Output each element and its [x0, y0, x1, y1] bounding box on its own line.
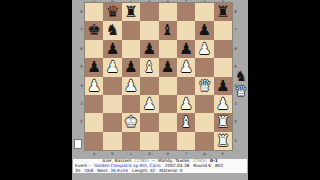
- white-pawn: ♟: [195, 40, 213, 58]
- length-value: 42: [150, 169, 155, 174]
- white-pawn: ♟: [214, 95, 232, 113]
- square-f2[interactable]: ♝: [177, 113, 195, 131]
- next-move-link[interactable]: 36.Rxh4: [110, 169, 128, 174]
- square-g5[interactable]: [195, 58, 213, 76]
- file-label-d: d: [140, 152, 158, 156]
- black-queen: ♛: [103, 3, 121, 21]
- square-g3[interactable]: [195, 95, 213, 113]
- square-c4[interactable]: ♟: [122, 77, 140, 95]
- square-e7[interactable]: ♝: [159, 21, 177, 39]
- white-pawn: ♟: [103, 58, 121, 76]
- square-b3[interactable]: [103, 95, 121, 113]
- rank-label-2: 2: [80, 113, 84, 131]
- square-a1[interactable]: [85, 132, 103, 150]
- white-bishop: ♝: [177, 113, 195, 131]
- square-g7[interactable]: ♟: [195, 21, 213, 39]
- square-d4[interactable]: [140, 77, 158, 95]
- square-d5[interactable]: ♝: [140, 58, 158, 76]
- square-h8[interactable]: ♜: [214, 3, 232, 21]
- white-pawn: ♟: [140, 95, 158, 113]
- square-a6[interactable]: [85, 40, 103, 58]
- square-a4[interactable]: ♟: [85, 77, 103, 95]
- rank-label-3: 3: [80, 95, 84, 113]
- square-g1[interactable]: [195, 132, 213, 150]
- square-g4[interactable]: ♛: [195, 77, 213, 95]
- square-e6[interactable]: [159, 40, 177, 58]
- move-status-line: 35 Qb8 Next: 36.Rxh4 Length: 42 Material…: [73, 169, 247, 174]
- square-g6[interactable]: ♟: [195, 40, 213, 58]
- square-e4[interactable]: [159, 77, 177, 95]
- file-label-c: c: [122, 152, 140, 156]
- white-pawn: ♟: [122, 77, 140, 95]
- black-pawn: ♟: [122, 58, 140, 76]
- eco-code: B02: [215, 164, 223, 169]
- game-info-caption: Azer, Bassem (2285) -- Mahdy, Tawfek (23…: [73, 159, 247, 174]
- file-label-g: g: [195, 152, 213, 156]
- length-label: Length:: [132, 169, 148, 174]
- rank-label-8: 8: [80, 3, 84, 21]
- white-pawn: ♟: [85, 77, 103, 95]
- white-pawn: ♟: [177, 95, 195, 113]
- black-pawn: ♟: [85, 58, 103, 76]
- black-rook: ♜: [214, 3, 232, 21]
- chess-board: ♛♜♜♚♞♝♟♟♟♟♟♟♟♟♝♟♟♟♟♛♟♟♟♟♚♝♜♜: [85, 3, 232, 150]
- rank-label-7: 7: [234, 21, 238, 39]
- captured-white-queen-icon: ♛: [233, 84, 249, 99]
- square-b8[interactable]: ♛: [103, 3, 121, 21]
- square-f5[interactable]: ♟: [177, 58, 195, 76]
- square-f6[interactable]: ♟: [177, 40, 195, 58]
- square-e3[interactable]: [159, 95, 177, 113]
- square-h4[interactable]: ♟: [214, 77, 232, 95]
- file-labels-bottom: abcdefgh: [85, 152, 232, 156]
- rank-labels-left: 87654321: [80, 3, 84, 150]
- file-label-b: b: [103, 152, 121, 156]
- black-bishop: ♝: [159, 21, 177, 39]
- white-queen: ♛: [195, 77, 213, 95]
- black-pawn: ♟: [195, 21, 213, 39]
- last-move-link[interactable]: Qb8: [84, 169, 93, 174]
- square-h7[interactable]: [214, 21, 232, 39]
- file-label-f: f: [177, 152, 195, 156]
- square-h5[interactable]: [214, 58, 232, 76]
- rank-label-5: 5: [80, 58, 84, 76]
- square-b4[interactable]: [103, 77, 121, 95]
- square-b5[interactable]: ♟: [103, 58, 121, 76]
- black-pawn: ♟: [214, 77, 232, 95]
- rank-label-6: 6: [234, 40, 238, 58]
- black-pawn: ♟: [140, 40, 158, 58]
- square-d3[interactable]: ♟: [140, 95, 158, 113]
- square-g2[interactable]: [195, 113, 213, 131]
- square-f3[interactable]: ♟: [177, 95, 195, 113]
- white-king: ♚: [122, 113, 140, 131]
- square-f1[interactable]: [177, 132, 195, 150]
- square-d6[interactable]: ♟: [140, 40, 158, 58]
- black-pawn: ♟: [177, 40, 195, 58]
- square-d8[interactable]: [140, 3, 158, 21]
- white-pawn: ♟: [177, 58, 195, 76]
- black-knight: ♞: [103, 21, 121, 39]
- material-value: 0: [180, 169, 183, 174]
- square-c5[interactable]: ♟: [122, 58, 140, 76]
- square-a8[interactable]: [85, 3, 103, 21]
- rank-label-2: 2: [234, 113, 238, 131]
- square-c2[interactable]: ♚: [122, 113, 140, 131]
- square-e5[interactable]: ♟: [159, 58, 177, 76]
- square-g8[interactable]: [195, 3, 213, 21]
- square-h1[interactable]: ♜: [214, 132, 232, 150]
- square-b7[interactable]: ♞: [103, 21, 121, 39]
- square-b2[interactable]: [103, 113, 121, 131]
- square-h2[interactable]: ♜: [214, 113, 232, 131]
- black-king: ♚: [85, 21, 103, 39]
- material-label: Material:: [159, 169, 178, 174]
- square-f8[interactable]: [177, 3, 195, 21]
- square-e2[interactable]: [159, 113, 177, 131]
- black-pawn: ♟: [103, 40, 121, 58]
- rank-label-6: 6: [80, 40, 84, 58]
- square-a2[interactable]: [85, 113, 103, 131]
- square-f4[interactable]: [177, 77, 195, 95]
- square-c7[interactable]: [122, 21, 140, 39]
- square-d2[interactable]: [140, 113, 158, 131]
- square-a3[interactable]: [85, 95, 103, 113]
- square-c8[interactable]: ♜: [122, 3, 140, 21]
- next-label: Next:: [97, 169, 108, 174]
- square-c3[interactable]: [122, 95, 140, 113]
- file-label-a: a: [85, 152, 103, 156]
- square-e8[interactable]: [159, 3, 177, 21]
- white-rook: ♜: [214, 113, 232, 131]
- square-a7[interactable]: ♚: [85, 21, 103, 39]
- square-c1[interactable]: [122, 132, 140, 150]
- square-a5[interactable]: ♟: [85, 58, 103, 76]
- rank-label-7: 7: [80, 21, 84, 39]
- square-b1[interactable]: [103, 132, 121, 150]
- rank-label-8: 8: [234, 3, 238, 21]
- video-frame: abcdefgh abcdefgh 87654321 87654321 ♛♜♜♚…: [0, 0, 320, 180]
- marker-box: [74, 139, 82, 149]
- square-h3[interactable]: ♟: [214, 95, 232, 113]
- rank-label-1: 1: [234, 132, 238, 150]
- white-bishop: ♝: [140, 58, 158, 76]
- square-b6[interactable]: ♟: [103, 40, 121, 58]
- rank-label-4: 4: [80, 77, 84, 95]
- square-d1[interactable]: [140, 132, 158, 150]
- square-f7[interactable]: [177, 21, 195, 39]
- file-label-e: e: [159, 152, 177, 156]
- black-pawn: ♟: [159, 58, 177, 76]
- move-number: 35: [75, 169, 80, 174]
- black-rook: ♜: [122, 3, 140, 21]
- square-h6[interactable]: [214, 40, 232, 58]
- square-d7[interactable]: [140, 21, 158, 39]
- square-e1[interactable]: [159, 132, 177, 150]
- file-label-h: h: [214, 152, 232, 156]
- square-c6[interactable]: [122, 40, 140, 58]
- white-rook: ♜: [214, 132, 232, 150]
- captured-black-knight-icon: ♞: [233, 69, 249, 84]
- event-round: Round 6: [193, 164, 211, 169]
